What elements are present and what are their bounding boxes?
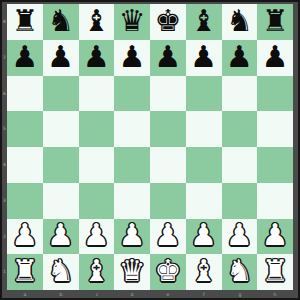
chess-board[interactable]: ♜♞♝♛♚♝♞♜♟♟♟♟♟♟♟♟♟♟♟♟♟♟♟♟♜♞♝♛♚♝♞♜	[7, 4, 293, 290]
black-queen[interactable]: ♛	[119, 6, 146, 36]
chess-board-window: 87654321 ♜♞♝♛♚♝♞♜♟♟♟♟♟♟♟♟♟♟♟♟♟♟♟♟♜♞♝♛♚♝♞…	[0, 0, 300, 300]
square-d5[interactable]	[114, 111, 150, 147]
square-e5[interactable]	[150, 111, 186, 147]
square-g4[interactable]	[222, 147, 258, 183]
square-c7[interactable]: ♟	[79, 40, 115, 76]
file-label-d: d	[119, 291, 146, 297]
file-label-a: a	[11, 291, 38, 297]
square-c4[interactable]	[79, 147, 115, 183]
square-b4[interactable]	[43, 147, 79, 183]
square-c5[interactable]	[79, 111, 115, 147]
square-f4[interactable]	[186, 147, 222, 183]
black-knight[interactable]: ♞	[47, 6, 74, 36]
square-b8[interactable]: ♞	[43, 4, 79, 40]
square-e7[interactable]: ♟	[150, 40, 186, 76]
square-b2[interactable]: ♟	[43, 219, 79, 255]
square-h2[interactable]: ♟	[257, 219, 293, 255]
black-bishop[interactable]: ♝	[83, 6, 110, 36]
square-h1[interactable]: ♜	[257, 254, 293, 290]
square-b6[interactable]	[43, 76, 79, 112]
square-g7[interactable]: ♟	[222, 40, 258, 76]
square-h8[interactable]: ♜	[257, 4, 293, 40]
square-b3[interactable]	[43, 183, 79, 219]
rank-label-1: 1	[3, 259, 7, 286]
white-pawn[interactable]: ♟	[119, 220, 146, 250]
square-d6[interactable]	[114, 76, 150, 112]
black-bishop[interactable]: ♝	[190, 6, 217, 36]
square-h6[interactable]	[257, 76, 293, 112]
square-f7[interactable]: ♟	[186, 40, 222, 76]
black-pawn[interactable]: ♟	[154, 42, 181, 72]
file-labels: abcdefgh	[7, 290, 293, 298]
square-a2[interactable]: ♟	[7, 219, 43, 255]
square-f3[interactable]	[186, 183, 222, 219]
square-b1[interactable]: ♞	[43, 254, 79, 290]
square-a5[interactable]	[7, 111, 43, 147]
square-d1[interactable]: ♛	[114, 254, 150, 290]
square-e6[interactable]	[150, 76, 186, 112]
square-e4[interactable]	[150, 147, 186, 183]
white-pawn[interactable]: ♟	[11, 220, 38, 250]
file-label-h: h	[262, 291, 289, 297]
rank-label-8: 8	[3, 8, 7, 35]
square-b7[interactable]: ♟	[43, 40, 79, 76]
square-f6[interactable]	[186, 76, 222, 112]
square-d8[interactable]: ♛	[114, 4, 150, 40]
black-pawn[interactable]: ♟	[226, 42, 253, 72]
black-pawn[interactable]: ♟	[119, 42, 146, 72]
square-f2[interactable]: ♟	[186, 219, 222, 255]
white-pawn[interactable]: ♟	[262, 220, 289, 250]
white-queen[interactable]: ♛	[119, 256, 146, 286]
square-g1[interactable]: ♞	[222, 254, 258, 290]
square-f5[interactable]	[186, 111, 222, 147]
square-d4[interactable]	[114, 147, 150, 183]
white-rook[interactable]: ♜	[11, 256, 38, 286]
square-g2[interactable]: ♟	[222, 219, 258, 255]
file-label-f: f	[190, 291, 217, 297]
black-king[interactable]: ♚	[154, 6, 181, 36]
square-g5[interactable]	[222, 111, 258, 147]
white-king[interactable]: ♚	[154, 256, 181, 286]
white-rook[interactable]: ♜	[262, 256, 289, 286]
rank-label-7: 7	[3, 44, 7, 71]
black-pawn[interactable]: ♟	[262, 42, 289, 72]
square-g6[interactable]	[222, 76, 258, 112]
square-g8[interactable]: ♞	[222, 4, 258, 40]
square-h3[interactable]	[257, 183, 293, 219]
white-pawn[interactable]: ♟	[154, 220, 181, 250]
square-h7[interactable]: ♟	[257, 40, 293, 76]
rank-label-3: 3	[3, 187, 7, 214]
square-c2[interactable]: ♟	[79, 219, 115, 255]
square-h5[interactable]	[257, 111, 293, 147]
square-a6[interactable]	[7, 76, 43, 112]
rank-label-4: 4	[3, 151, 7, 178]
square-f1[interactable]: ♝	[186, 254, 222, 290]
white-pawn[interactable]: ♟	[83, 220, 110, 250]
square-g3[interactable]	[222, 183, 258, 219]
rank-label-6: 6	[3, 80, 7, 107]
file-label-g: g	[226, 291, 253, 297]
square-a8[interactable]: ♜	[7, 4, 43, 40]
rank-label-2: 2	[3, 223, 7, 250]
square-f8[interactable]: ♝	[186, 4, 222, 40]
square-c1[interactable]: ♝	[79, 254, 115, 290]
square-c3[interactable]	[79, 183, 115, 219]
white-knight[interactable]: ♞	[47, 256, 74, 286]
black-pawn[interactable]: ♟	[190, 42, 217, 72]
white-pawn[interactable]: ♟	[190, 220, 217, 250]
black-knight[interactable]: ♞	[226, 6, 253, 36]
square-c8[interactable]: ♝	[79, 4, 115, 40]
square-e2[interactable]: ♟	[150, 219, 186, 255]
square-d7[interactable]: ♟	[114, 40, 150, 76]
square-a7[interactable]: ♟	[7, 40, 43, 76]
square-a3[interactable]	[7, 183, 43, 219]
square-b5[interactable]	[43, 111, 79, 147]
white-pawn[interactable]: ♟	[47, 220, 74, 250]
square-a4[interactable]	[7, 147, 43, 183]
black-pawn[interactable]: ♟	[47, 42, 74, 72]
white-bishop[interactable]: ♝	[83, 256, 110, 286]
white-bishop[interactable]: ♝	[190, 256, 217, 286]
file-label-b: b	[47, 291, 74, 297]
white-pawn[interactable]: ♟	[226, 220, 253, 250]
file-label-c: c	[83, 291, 110, 297]
square-d3[interactable]	[114, 183, 150, 219]
black-pawn[interactable]: ♟	[11, 42, 38, 72]
square-a1[interactable]: ♜	[7, 254, 43, 290]
square-e1[interactable]: ♚	[150, 254, 186, 290]
white-knight[interactable]: ♞	[226, 256, 253, 286]
square-c6[interactable]	[79, 76, 115, 112]
square-d2[interactable]: ♟	[114, 219, 150, 255]
rank-label-5: 5	[3, 116, 7, 143]
black-rook[interactable]: ♜	[11, 6, 38, 36]
black-pawn[interactable]: ♟	[83, 42, 110, 72]
black-rook[interactable]: ♜	[262, 6, 289, 36]
square-e3[interactable]	[150, 183, 186, 219]
square-h4[interactable]	[257, 147, 293, 183]
file-label-e: e	[154, 291, 181, 297]
square-e8[interactable]: ♚	[150, 4, 186, 40]
